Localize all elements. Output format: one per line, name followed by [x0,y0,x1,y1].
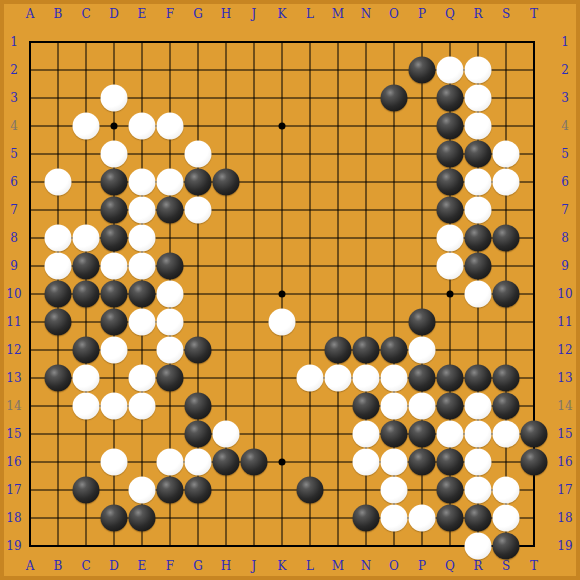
stone-white-O17 [381,477,408,504]
stone-black-R8 [465,225,492,252]
stone-black-H16 [213,449,240,476]
stone-black-N14 [353,393,380,420]
stone-black-D6 [101,169,128,196]
col-label-bottom-O: O [389,560,399,572]
stone-white-E8 [129,225,156,252]
col-label-bottom-M: M [332,560,344,572]
stone-black-T16 [521,449,548,476]
col-label-top-R: R [473,8,482,20]
col-label-bottom-S: S [502,560,510,572]
col-label-top-K: K [278,8,287,20]
stone-white-G5 [185,141,212,168]
row-label-right-4: 4 [561,120,569,132]
row-label-left-6: 6 [10,176,18,188]
stone-white-K11 [269,309,296,336]
stone-white-Q15 [437,421,464,448]
stone-black-O12 [381,337,408,364]
stone-white-B9 [45,253,72,280]
stone-black-G15 [185,421,212,448]
stone-black-E10 [129,281,156,308]
stone-black-G6 [185,169,212,196]
stone-white-B8 [45,225,72,252]
row-label-left-5: 5 [10,148,18,160]
stone-white-S15 [493,421,520,448]
row-label-right-6: 6 [561,176,569,188]
stone-white-O16 [381,449,408,476]
col-label-bottom-G: G [193,560,203,572]
col-label-bottom-P: P [418,560,426,572]
row-label-right-15: 15 [557,428,572,440]
col-label-top-B: B [54,8,63,20]
stone-black-D7 [101,197,128,224]
stone-black-P16 [409,449,436,476]
stone-black-F7 [157,197,184,224]
col-label-bottom-F: F [166,560,174,572]
stone-black-S8 [493,225,520,252]
col-label-bottom-J: J [252,560,257,572]
row-label-left-3: 3 [10,92,18,104]
col-label-top-N: N [361,8,372,20]
stone-black-O3 [381,85,408,112]
stone-white-S17 [493,477,520,504]
stone-black-P13 [409,365,436,392]
row-label-left-19: 19 [6,540,21,552]
row-label-left-17: 17 [6,484,21,496]
stone-black-R5 [465,141,492,168]
row-label-left-1: 1 [10,36,18,48]
row-label-right-14: 14 [557,400,572,412]
stone-white-F4 [157,113,184,140]
col-label-bottom-D: D [109,560,119,572]
stone-black-D11 [101,309,128,336]
stone-black-F9 [157,253,184,280]
col-label-bottom-Q: Q [445,560,455,572]
stone-white-D16 [101,449,128,476]
stone-white-C4 [73,113,100,140]
stone-black-Q17 [437,477,464,504]
stone-white-R2 [465,57,492,84]
stone-white-D3 [101,85,128,112]
stone-black-N12 [353,337,380,364]
row-label-right-5: 5 [561,148,569,160]
col-label-top-J: J [252,8,257,20]
stone-white-E4 [129,113,156,140]
stone-white-E13 [129,365,156,392]
col-label-top-S: S [502,8,510,20]
stone-black-H6 [213,169,240,196]
col-label-bottom-E: E [138,560,147,572]
stone-white-S6 [493,169,520,196]
col-label-top-L: L [306,8,314,20]
row-label-right-9: 9 [561,260,569,272]
stone-white-O18 [381,505,408,532]
col-label-top-H: H [221,8,231,20]
stone-white-D5 [101,141,128,168]
row-label-right-19: 19 [557,540,572,552]
stone-black-B10 [45,281,72,308]
stone-white-S5 [493,141,520,168]
stone-white-R7 [465,197,492,224]
stone-white-P12 [409,337,436,364]
stone-white-F11 [157,309,184,336]
stone-black-P11 [409,309,436,336]
stone-black-C12 [73,337,100,364]
stone-black-Q5 [437,141,464,168]
row-label-left-10: 10 [6,288,21,300]
stone-black-G14 [185,393,212,420]
stone-black-L17 [297,477,324,504]
stone-black-R9 [465,253,492,280]
stone-white-D14 [101,393,128,420]
stone-white-N15 [353,421,380,448]
row-label-left-7: 7 [10,204,18,216]
stone-black-Q18 [437,505,464,532]
stone-black-C9 [73,253,100,280]
row-label-right-3: 3 [561,92,569,104]
stone-white-N13 [353,365,380,392]
row-label-left-18: 18 [6,512,21,524]
stone-white-R4 [465,113,492,140]
stone-white-Q9 [437,253,464,280]
col-label-bottom-R: R [473,560,482,572]
star-point-Q10 [447,291,454,298]
stone-white-R17 [465,477,492,504]
stone-black-S13 [493,365,520,392]
stone-white-P14 [409,393,436,420]
star-point-D4 [111,123,118,130]
stone-white-R15 [465,421,492,448]
stone-white-R16 [465,449,492,476]
col-label-bottom-A: A [26,560,35,572]
row-label-left-16: 16 [6,456,21,468]
row-label-left-9: 9 [10,260,18,272]
stone-white-R6 [465,169,492,196]
stone-black-F13 [157,365,184,392]
row-label-left-13: 13 [6,372,21,384]
stone-black-R13 [465,365,492,392]
col-label-top-E: E [138,8,147,20]
star-point-K10 [279,291,286,298]
stone-black-B11 [45,309,72,336]
col-label-top-C: C [81,8,90,20]
row-label-right-13: 13 [557,372,572,384]
stone-white-R14 [465,393,492,420]
stone-black-C17 [73,477,100,504]
stone-black-O15 [381,421,408,448]
go-board[interactable]: AABBCCDDEEFFGGHHJJKKLLMMNNOOPPQQRRSSTT11… [0,0,580,580]
row-label-right-8: 8 [561,232,569,244]
col-label-top-P: P [418,8,426,20]
stone-black-D8 [101,225,128,252]
stone-black-C10 [73,281,100,308]
row-label-right-17: 17 [557,484,572,496]
stone-black-J16 [241,449,268,476]
row-label-left-4: 4 [10,120,18,132]
col-label-top-T: T [530,8,538,20]
col-label-bottom-B: B [54,560,63,572]
row-label-right-18: 18 [557,512,572,524]
stone-white-F10 [157,281,184,308]
stone-white-F12 [157,337,184,364]
stone-black-Q7 [437,197,464,224]
stone-white-Q8 [437,225,464,252]
row-label-right-1: 1 [561,36,569,48]
stone-white-C8 [73,225,100,252]
stone-white-P18 [409,505,436,532]
stone-white-E17 [129,477,156,504]
stone-white-E11 [129,309,156,336]
row-label-left-11: 11 [6,316,21,328]
row-label-right-2: 2 [561,64,569,76]
row-label-left-15: 15 [6,428,21,440]
col-label-top-A: A [26,8,35,20]
star-point-K4 [279,123,286,130]
stone-black-D10 [101,281,128,308]
stone-white-D12 [101,337,128,364]
stone-white-O14 [381,393,408,420]
row-label-left-8: 8 [10,232,18,244]
col-label-bottom-T: T [530,560,538,572]
stone-black-T15 [521,421,548,448]
col-label-bottom-C: C [81,560,90,572]
stone-white-R19 [465,533,492,560]
stone-black-G12 [185,337,212,364]
col-label-bottom-L: L [306,560,314,572]
stone-white-G7 [185,197,212,224]
col-label-top-O: O [389,8,399,20]
stone-white-E9 [129,253,156,280]
row-label-right-12: 12 [557,344,572,356]
stone-black-B13 [45,365,72,392]
stone-black-Q14 [437,393,464,420]
stone-black-S14 [493,393,520,420]
col-label-top-M: M [332,8,344,20]
stone-black-Q16 [437,449,464,476]
row-label-left-12: 12 [6,344,21,356]
col-label-bottom-N: N [361,560,372,572]
col-label-top-Q: Q [445,8,455,20]
stone-white-L13 [297,365,324,392]
stone-white-E7 [129,197,156,224]
col-label-top-G: G [193,8,203,20]
col-label-bottom-K: K [278,560,287,572]
stone-black-P2 [409,57,436,84]
star-point-K16 [279,459,286,466]
stone-white-F6 [157,169,184,196]
stone-white-O13 [381,365,408,392]
stone-black-S10 [493,281,520,308]
stone-black-G17 [185,477,212,504]
col-label-top-F: F [166,8,174,20]
stone-black-F17 [157,477,184,504]
stone-black-Q4 [437,113,464,140]
stone-white-C14 [73,393,100,420]
stone-white-R3 [465,85,492,112]
stone-white-E6 [129,169,156,196]
stone-white-N16 [353,449,380,476]
stone-black-Q13 [437,365,464,392]
row-label-right-7: 7 [561,204,569,216]
stone-black-D18 [101,505,128,532]
stone-black-R18 [465,505,492,532]
col-label-bottom-H: H [221,560,231,572]
stone-white-R10 [465,281,492,308]
row-label-right-11: 11 [557,316,572,328]
stone-white-S18 [493,505,520,532]
col-label-top-D: D [109,8,119,20]
row-label-left-2: 2 [10,64,18,76]
stone-white-D9 [101,253,128,280]
stone-white-B6 [45,169,72,196]
stone-black-Q3 [437,85,464,112]
stone-black-P15 [409,421,436,448]
stone-black-E18 [129,505,156,532]
row-label-right-10: 10 [557,288,572,300]
stone-white-G16 [185,449,212,476]
stone-white-C13 [73,365,100,392]
stone-white-H15 [213,421,240,448]
stone-black-Q6 [437,169,464,196]
stone-black-M12 [325,337,352,364]
stone-white-Q2 [437,57,464,84]
stone-white-F16 [157,449,184,476]
stone-white-E14 [129,393,156,420]
stone-black-S19 [493,533,520,560]
stone-white-M13 [325,365,352,392]
stone-black-N18 [353,505,380,532]
row-label-right-16: 16 [557,456,572,468]
row-label-left-14: 14 [6,400,21,412]
